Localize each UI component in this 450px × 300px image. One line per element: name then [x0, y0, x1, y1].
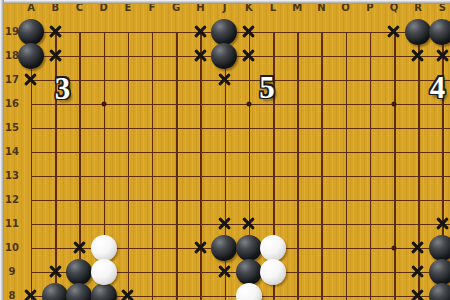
point-R18 [406, 44, 430, 68]
point-A8 [19, 284, 43, 300]
x-mark [410, 49, 425, 64]
x-mark [241, 217, 256, 232]
point-B19 [43, 20, 67, 44]
problem-number-4: 4 [430, 72, 446, 103]
x-mark [193, 49, 208, 64]
point-B9 [43, 260, 67, 284]
black-stone [18, 43, 44, 69]
x-mark [241, 49, 256, 64]
black-stone [66, 259, 92, 285]
point-E8 [116, 284, 140, 300]
point-C8 [67, 284, 91, 300]
black-stone [211, 43, 237, 69]
black-stone [211, 235, 237, 261]
point-L10 [261, 236, 285, 260]
point-J10 [212, 236, 236, 260]
point-J19 [212, 20, 236, 44]
point-R10 [406, 236, 430, 260]
point-K10 [237, 236, 261, 260]
board-frame-left [0, 0, 4, 300]
black-stone [236, 259, 262, 285]
point-A18 [19, 44, 43, 68]
white-stone [236, 283, 262, 300]
x-mark [410, 289, 425, 300]
point-H19 [188, 20, 212, 44]
white-stone [260, 259, 286, 285]
point-D10 [91, 236, 115, 260]
point-S11 [430, 212, 450, 236]
black-stone [429, 259, 450, 285]
x-mark [48, 265, 63, 280]
point-R8 [406, 284, 430, 300]
point-C10 [67, 236, 91, 260]
x-mark [386, 25, 401, 40]
point-S19 [430, 20, 450, 44]
white-stone [91, 235, 117, 261]
x-mark [410, 265, 425, 280]
point-S9 [430, 260, 450, 284]
x-mark [72, 241, 87, 256]
x-mark [410, 241, 425, 256]
black-stone [91, 283, 117, 300]
point-R9 [406, 260, 430, 284]
point-J17 [212, 68, 236, 92]
point-H18 [188, 44, 212, 68]
point-J18 [212, 44, 236, 68]
problem-number-3: 3 [55, 73, 71, 104]
point-D8 [91, 284, 115, 300]
point-L9 [261, 260, 285, 284]
x-mark [48, 25, 63, 40]
black-stone [429, 19, 450, 45]
point-K11 [237, 212, 261, 236]
black-stone [405, 19, 431, 45]
black-stone [429, 235, 450, 261]
x-mark [435, 49, 450, 64]
point-Q19 [382, 20, 406, 44]
x-mark [217, 217, 232, 232]
board-frame-top [0, 0, 450, 4]
point-J11 [212, 212, 236, 236]
black-stone [42, 283, 68, 300]
point-A17 [19, 68, 43, 92]
point-R19 [406, 20, 430, 44]
x-mark [217, 265, 232, 280]
black-stone [18, 19, 44, 45]
x-mark [193, 241, 208, 256]
point-K8 [237, 284, 261, 300]
point-S18 [430, 44, 450, 68]
point-K9 [237, 260, 261, 284]
point-B8 [43, 284, 67, 300]
x-mark [23, 289, 38, 300]
point-S8 [430, 284, 450, 300]
point-H10 [188, 236, 212, 260]
point-K18 [237, 44, 261, 68]
white-stone [91, 259, 117, 285]
black-stone [66, 283, 92, 300]
black-stone [211, 19, 237, 45]
point-C9 [67, 260, 91, 284]
problem-number-5: 5 [259, 72, 275, 103]
point-J9 [212, 260, 236, 284]
white-stone [260, 235, 286, 261]
go-board[interactable]: ABCDEFGHJKLMNOPQRS1918171615141312111098… [0, 0, 450, 300]
x-mark [241, 25, 256, 40]
x-mark [193, 25, 208, 40]
point-A19 [19, 20, 43, 44]
x-mark [120, 289, 135, 300]
x-mark [23, 73, 38, 88]
black-stone [429, 283, 450, 300]
point-B18 [43, 44, 67, 68]
board-intersections [19, 20, 450, 300]
black-stone [236, 235, 262, 261]
x-mark [435, 217, 450, 232]
point-K19 [237, 20, 261, 44]
x-mark [217, 73, 232, 88]
point-S10 [430, 236, 450, 260]
point-D9 [91, 260, 115, 284]
x-mark [48, 49, 63, 64]
